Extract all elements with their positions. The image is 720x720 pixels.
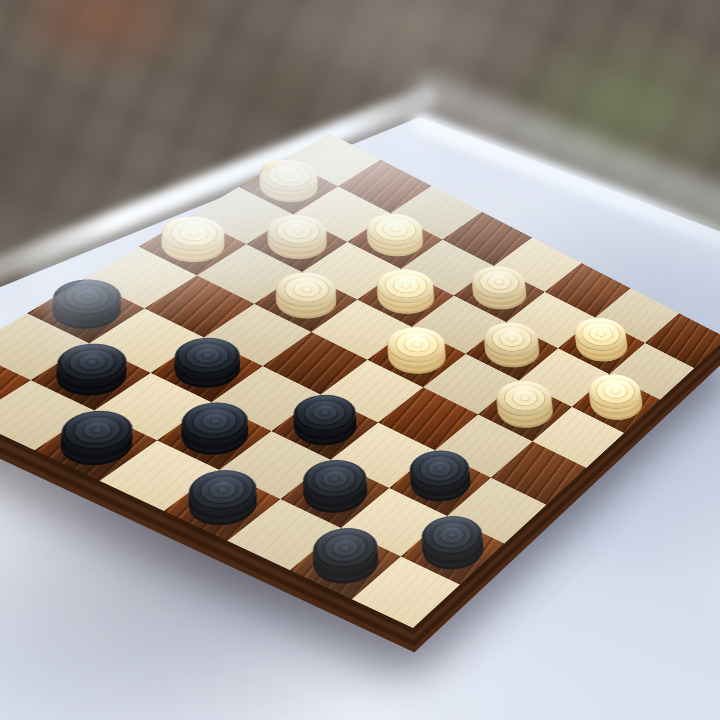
scene [0, 0, 720, 720]
